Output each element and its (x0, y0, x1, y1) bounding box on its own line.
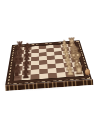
piece-white-pawn: ♟ (63, 54, 71, 63)
piece-black-pawn: ♟ (21, 70, 30, 80)
pieces-layer: ♜♞♝♛♚♝♞♜♟♟♟♟♟♟♟♟♟♟♟♟♟♟♟♟♜♞♝♛♚♝♞♜ (5, 40, 92, 85)
piece-white-pawn: ♟ (64, 62, 73, 72)
board-clasp-knob (85, 69, 90, 75)
piece-black-pawn: ♟ (23, 57, 31, 66)
piece-white-pawn: ♟ (64, 58, 73, 68)
piece-black-pawn: ♟ (22, 65, 31, 75)
chess-board: ♜♞♝♛♚♝♞♜♟♟♟♟♟♟♟♟♟♟♟♟♟♟♟♟♜♞♝♛♚♝♞♜ (5, 40, 92, 85)
piece-white-rook: ♜ (67, 37, 76, 47)
piece-black-pawn: ♟ (23, 53, 31, 62)
piece-black-bishop: ♝ (14, 47, 24, 58)
piece-white-knight: ♞ (67, 40, 77, 51)
piece-black-pawn: ♟ (23, 49, 31, 58)
piece-white-pawn: ♟ (61, 43, 69, 52)
piece-white-bishop: ♝ (68, 43, 78, 54)
piece-white-bishop: ♝ (71, 55, 82, 67)
chess-set-photo: ♜♞♝♛♚♝♞♜♟♟♟♟♟♟♟♟♟♟♟♟♟♟♟♟♜♞♝♛♚♝♞♜ (0, 0, 95, 126)
piece-white-king: ♚ (69, 48, 82, 62)
piece-black-pawn: ♟ (22, 61, 31, 71)
piece-black-rook: ♜ (16, 41, 25, 51)
piece-white-rook: ♜ (73, 64, 84, 76)
piece-white-knight: ♞ (72, 59, 83, 71)
piece-black-bishop: ♝ (13, 59, 24, 71)
piece-black-knight: ♞ (12, 64, 23, 76)
piece-black-pawn: ♟ (24, 42, 32, 50)
piece-black-king: ♚ (12, 52, 25, 66)
